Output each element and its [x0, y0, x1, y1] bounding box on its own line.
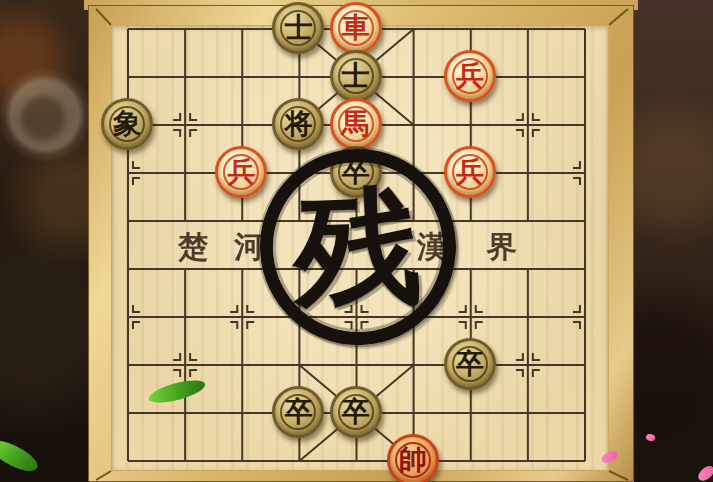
- red-soldier-1[interactable]: 兵: [444, 50, 496, 102]
- piece-character: 士: [284, 14, 312, 42]
- red-chariot[interactable]: 車: [330, 2, 382, 54]
- black-advisor-2[interactable]: 士: [330, 50, 382, 102]
- red-general[interactable]: 帥: [387, 434, 439, 482]
- black-soldier-2[interactable]: 卒: [444, 338, 496, 390]
- red-soldier-3[interactable]: 兵: [444, 146, 496, 198]
- piece-character: 卒: [456, 350, 484, 378]
- piece-character: 卒: [284, 398, 312, 426]
- piece-character: 士: [342, 62, 370, 90]
- black-advisor-1[interactable]: 士: [272, 2, 324, 54]
- piece-character: 車: [342, 14, 370, 42]
- background-right-art: [634, 0, 713, 482]
- red-soldier-2[interactable]: 兵: [215, 146, 267, 198]
- endgame-logo-character: 残: [293, 182, 423, 312]
- piece-character: 馬: [342, 110, 370, 138]
- piece-character: 象: [113, 110, 141, 138]
- piece-character: 兵: [456, 62, 484, 90]
- piece-character: 兵: [456, 158, 484, 186]
- black-soldier-4[interactable]: 卒: [330, 386, 382, 438]
- black-soldier-3[interactable]: 卒: [272, 386, 324, 438]
- black-general[interactable]: 将: [272, 98, 324, 150]
- piece-character: 兵: [227, 158, 255, 186]
- piece-character: 卒: [342, 398, 370, 426]
- red-horse[interactable]: 馬: [330, 98, 382, 150]
- piece-character: 帥: [399, 446, 427, 474]
- piece-character: 将: [284, 110, 312, 138]
- xiangqi-app: 楚河 漢界 残 士車士兵象将馬兵卒兵卒卒卒帥: [0, 0, 713, 482]
- black-elephant[interactable]: 象: [101, 98, 153, 150]
- background-left-art: [0, 0, 88, 482]
